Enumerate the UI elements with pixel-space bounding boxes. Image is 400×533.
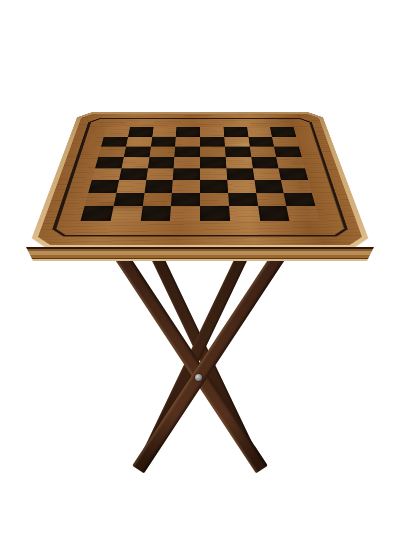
- leg-front-right: [132, 248, 287, 474]
- square-d7: [175, 137, 200, 147]
- square-f7: [224, 137, 249, 147]
- square-a2: [85, 193, 117, 206]
- square-b8: [128, 127, 153, 136]
- square-h7: [272, 137, 299, 147]
- square-e2: [200, 193, 229, 206]
- square-a6: [98, 147, 126, 158]
- square-a1: [81, 206, 114, 220]
- table-top: [28, 112, 372, 248]
- square-b5: [121, 157, 149, 168]
- square-f2: [228, 193, 258, 206]
- leg-front-left: [112, 248, 267, 474]
- square-d2: [171, 193, 200, 206]
- square-f8: [223, 127, 248, 136]
- square-b7: [126, 137, 152, 147]
- square-h8: [270, 127, 296, 136]
- square-h2: [284, 193, 316, 206]
- square-h4: [279, 168, 309, 180]
- square-d3: [172, 180, 200, 193]
- square-d8: [176, 127, 200, 136]
- square-b4: [119, 168, 148, 180]
- square-a7: [101, 137, 128, 147]
- square-g7: [248, 137, 274, 147]
- square-h1: [287, 206, 320, 220]
- square-f1: [229, 206, 260, 220]
- square-e8: [200, 127, 224, 136]
- square-g2: [256, 193, 287, 206]
- square-a8: [104, 127, 130, 136]
- square-c1: [140, 206, 171, 220]
- square-c6: [149, 147, 175, 158]
- square-f3: [227, 180, 256, 193]
- square-e6: [200, 147, 225, 158]
- board-field: [35, 114, 365, 245]
- square-e7: [200, 137, 225, 147]
- square-c4: [146, 168, 174, 180]
- square-g5: [251, 157, 279, 168]
- square-f6: [225, 147, 251, 158]
- square-e3: [200, 180, 228, 193]
- square-e1: [200, 206, 230, 220]
- square-c3: [144, 180, 173, 193]
- square-b1: [110, 206, 142, 220]
- table-front-edge: [26, 247, 374, 261]
- square-g6: [249, 147, 276, 158]
- square-d4: [173, 168, 200, 180]
- square-d5: [174, 157, 200, 168]
- square-b6: [124, 147, 151, 158]
- square-e4: [200, 168, 227, 180]
- square-h3: [281, 180, 312, 193]
- square-c2: [142, 193, 172, 206]
- square-g4: [252, 168, 281, 180]
- square-d1: [170, 206, 200, 220]
- square-g1: [258, 206, 290, 220]
- square-g3: [254, 180, 284, 193]
- square-g8: [247, 127, 272, 136]
- square-c5: [148, 157, 175, 168]
- square-b2: [113, 193, 144, 206]
- square-a4: [92, 168, 122, 180]
- square-f4: [226, 168, 254, 180]
- square-h6: [274, 147, 302, 158]
- square-e5: [200, 157, 226, 168]
- chess-table-photo: [0, 0, 400, 533]
- square-b3: [116, 180, 146, 193]
- square-a3: [88, 180, 119, 193]
- square-a5: [95, 157, 124, 168]
- chess-board-grid: [81, 127, 320, 220]
- square-c7: [151, 137, 176, 147]
- square-f5: [225, 157, 252, 168]
- pivot-bolt-icon: [195, 374, 202, 381]
- square-d6: [175, 147, 200, 158]
- square-c8: [152, 127, 177, 136]
- square-h5: [276, 157, 305, 168]
